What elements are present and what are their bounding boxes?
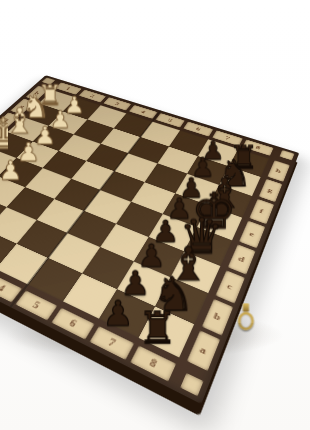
coord-plaque: e xyxy=(239,221,265,249)
board-square xyxy=(86,144,128,171)
coord-plaque: c xyxy=(215,270,244,303)
clasp-ring xyxy=(237,312,253,330)
scene: 12345678 12345678 hgfedcba hgfedcba ♜♟♟♜… xyxy=(0,0,310,430)
frame-corner xyxy=(42,77,56,84)
frame-corner xyxy=(180,373,204,397)
chess-board: 12345678 12345678 hgfedcba hgfedcba ♜♟♟♜… xyxy=(0,75,299,404)
brass-clasp-icon xyxy=(237,303,254,328)
frame-corner xyxy=(279,150,294,160)
board-square: ♟ xyxy=(16,141,59,168)
coord-plaque: f xyxy=(249,199,274,224)
coord-plaque: b xyxy=(201,299,232,336)
coord-plaque: g xyxy=(258,179,282,202)
board-grid: ♜♟♟♜♞♟♟♞♝♟♟♝♚♟♟♚♛♟♟♛♝♟♟♝♞♟♟♞♜♟♟♜ xyxy=(0,90,269,357)
coord-plaque: d xyxy=(227,244,255,274)
product-photo: 12345678 12345678 hgfedcba hgfedcba ♜♟♟♜… xyxy=(0,0,310,430)
coord-plaque: a xyxy=(186,330,219,371)
clasp-stem xyxy=(242,303,248,312)
coord-plaque: h xyxy=(267,160,290,181)
board-frame: 12345678 12345678 hgfedcba hgfedcba ♜♟♟♜… xyxy=(0,75,299,404)
